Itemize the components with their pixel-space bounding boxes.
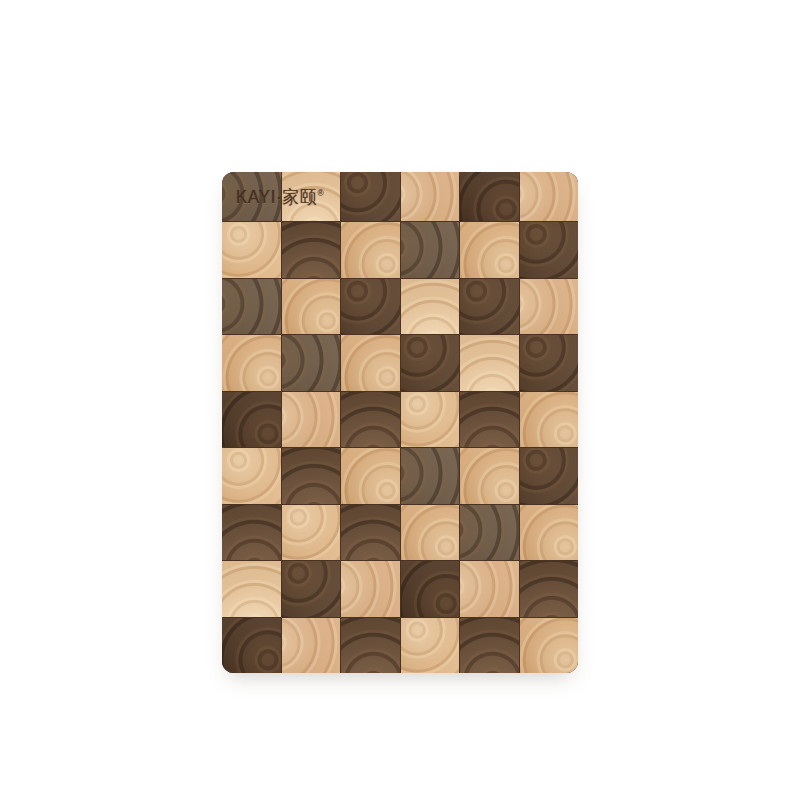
board-square	[520, 561, 579, 617]
checkerboard-cutting-board: KAYI·家颐®	[222, 172, 578, 673]
board-square	[222, 561, 281, 617]
brand-logo-text: KAYI·家颐	[236, 187, 318, 207]
board-square	[341, 222, 400, 278]
board-square	[282, 279, 341, 335]
board-square	[222, 448, 281, 504]
board-square	[401, 172, 460, 221]
board-square	[460, 335, 519, 391]
board-square	[222, 505, 281, 561]
board-square	[460, 561, 519, 617]
board-square	[401, 561, 460, 617]
board-square	[222, 222, 281, 278]
board-square	[222, 279, 281, 335]
brand-logo: KAYI·家颐®	[236, 185, 324, 209]
board-square	[460, 222, 519, 278]
board-square	[282, 505, 341, 561]
board-square	[460, 392, 519, 448]
board-square	[401, 279, 460, 335]
board-square	[401, 335, 460, 391]
board-square	[520, 448, 579, 504]
board-square	[222, 618, 281, 674]
board-square	[460, 279, 519, 335]
board-square	[222, 392, 281, 448]
board-square	[401, 505, 460, 561]
board-square	[401, 222, 460, 278]
board-square	[460, 505, 519, 561]
board-square	[401, 618, 460, 674]
board-square	[282, 335, 341, 391]
board-square	[460, 448, 519, 504]
board-square	[282, 618, 341, 674]
product-photo-stage: KAYI·家颐®	[0, 0, 800, 800]
board-square	[341, 448, 400, 504]
board-square	[520, 335, 579, 391]
board-square	[520, 279, 579, 335]
board-square	[341, 505, 400, 561]
board-square	[520, 172, 579, 221]
board-square	[341, 172, 400, 221]
board-square	[282, 448, 341, 504]
board-square	[520, 505, 579, 561]
board-square	[222, 335, 281, 391]
board-square	[282, 561, 341, 617]
board-square	[520, 222, 579, 278]
board-square	[282, 392, 341, 448]
board-square	[520, 392, 579, 448]
board-square	[341, 618, 400, 674]
board-square	[460, 618, 519, 674]
board-square	[341, 279, 400, 335]
board-square	[341, 561, 400, 617]
board-square	[460, 172, 519, 221]
registered-mark-icon: ®	[318, 188, 324, 198]
board-square	[401, 392, 460, 448]
board-square	[401, 448, 460, 504]
board-square	[341, 392, 400, 448]
board-square	[341, 335, 400, 391]
board-square	[520, 618, 579, 674]
board-square	[282, 222, 341, 278]
